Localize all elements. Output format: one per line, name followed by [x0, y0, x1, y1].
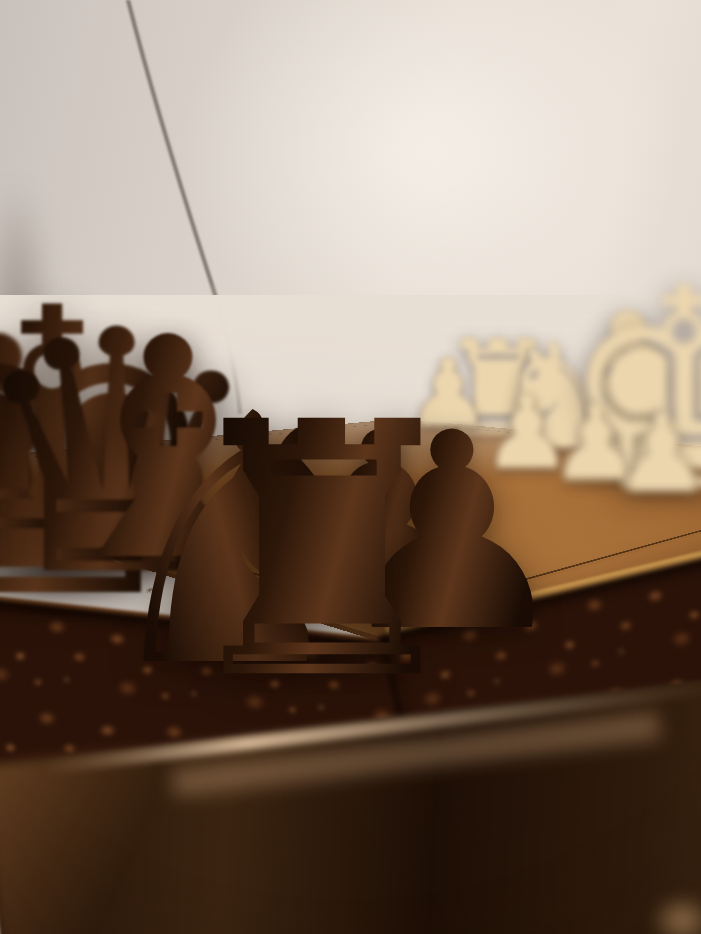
floor-patch: [585, 838, 701, 934]
piece-black-rook: ♜: [165, 377, 479, 727]
base-corner-bevel: [0, 746, 172, 934]
chess-photo-scene: ✳✳✳✳6 ♝♚♛♝♟♞♟♜♟♜♞♝♚♟♟♟: [0, 0, 701, 934]
piece-white-pawn: ♟: [612, 396, 701, 508]
